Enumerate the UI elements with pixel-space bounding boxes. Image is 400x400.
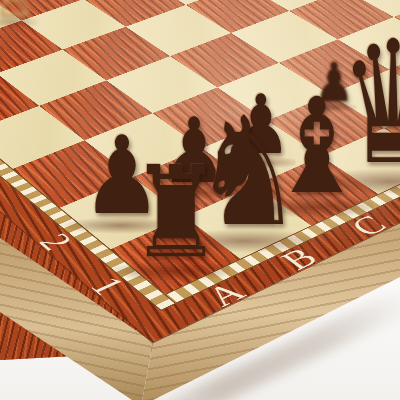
photo-stage: ABC12 ♜♞♝♛♟♟♟♟♙ [0,0,400,400]
